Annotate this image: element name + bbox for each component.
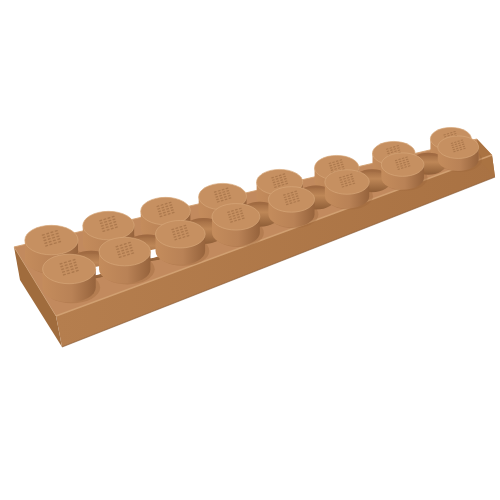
stud-top [43, 254, 96, 284]
stud-top [83, 211, 134, 240]
stud-top [325, 170, 369, 195]
stud [268, 187, 318, 229]
stud-top [156, 220, 206, 248]
product-image [0, 0, 500, 500]
stud [212, 204, 264, 247]
stud [325, 170, 373, 210]
stud [381, 153, 427, 191]
stud-top [99, 237, 150, 266]
lego-plate-render-svg [0, 0, 500, 500]
stud [438, 136, 482, 172]
stud [156, 220, 210, 265]
stud [43, 254, 101, 303]
stud [99, 237, 155, 284]
stud-top [381, 153, 424, 177]
stud-top [438, 136, 479, 159]
stud-top [268, 187, 314, 213]
stud-top [25, 225, 78, 255]
stud-top [212, 204, 260, 231]
